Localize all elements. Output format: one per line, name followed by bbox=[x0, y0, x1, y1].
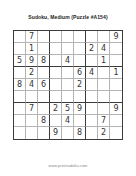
cell-r7c1 bbox=[14, 103, 26, 115]
cell-r1c7 bbox=[86, 31, 98, 43]
cell-r9c7 bbox=[86, 127, 98, 139]
cell-r1c5 bbox=[62, 31, 74, 43]
cell-r2c9 bbox=[110, 43, 122, 55]
cell-r8c5: 4 bbox=[62, 115, 74, 127]
cell-r5c7 bbox=[86, 79, 98, 91]
cell-r4c7: 4 bbox=[86, 67, 98, 79]
cell-r8c2 bbox=[26, 115, 38, 127]
cell-r3c4 bbox=[50, 55, 62, 67]
cell-r8c4 bbox=[50, 115, 62, 127]
cell-r1c2: 7 bbox=[26, 31, 38, 43]
cell-r3c2: 9 bbox=[26, 55, 38, 67]
cell-r2c4 bbox=[50, 43, 62, 55]
cell-r8c8: 7 bbox=[98, 115, 110, 127]
cell-r7c2: 7 bbox=[26, 103, 38, 115]
cell-r3c9 bbox=[110, 55, 122, 67]
cell-r2c6 bbox=[74, 43, 86, 55]
cell-r5c1: 8 bbox=[14, 79, 26, 91]
cell-r7c8 bbox=[98, 103, 110, 115]
cell-r4c4 bbox=[50, 67, 62, 79]
sudoku-sheet: Sudoku, Medium (Puzzle #A154) 7912459841… bbox=[0, 0, 136, 176]
cell-r5c8 bbox=[98, 79, 110, 91]
cell-r9c5 bbox=[62, 127, 74, 139]
cell-r7c6: 9 bbox=[74, 103, 86, 115]
cell-r8c1 bbox=[14, 115, 26, 127]
cell-r3c1: 5 bbox=[14, 55, 26, 67]
cell-r5c2: 4 bbox=[26, 79, 38, 91]
cell-r4c2: 2 bbox=[26, 67, 38, 79]
cell-r9c6: 8 bbox=[74, 127, 86, 139]
cell-r1c4 bbox=[50, 31, 62, 43]
cell-r6c9 bbox=[110, 91, 122, 103]
cell-r2c7: 2 bbox=[86, 43, 98, 55]
cell-r7c7 bbox=[86, 103, 98, 115]
cell-r7c3 bbox=[38, 103, 50, 115]
cell-r4c5 bbox=[62, 67, 74, 79]
cell-r1c3 bbox=[38, 31, 50, 43]
cell-r3c5: 4 bbox=[62, 55, 74, 67]
cell-r8c3: 8 bbox=[38, 115, 50, 127]
cell-r7c4: 2 bbox=[50, 103, 62, 115]
cell-r6c6 bbox=[74, 91, 86, 103]
cell-r5c3: 6 bbox=[38, 79, 50, 91]
cell-r2c8: 4 bbox=[98, 43, 110, 55]
cell-r4c6: 6 bbox=[74, 67, 86, 79]
cell-r7c9: 9 bbox=[110, 103, 122, 115]
cell-r6c7 bbox=[86, 91, 98, 103]
cell-r9c8: 2 bbox=[98, 127, 110, 139]
cell-r8c6 bbox=[74, 115, 86, 127]
cell-r3c3: 8 bbox=[38, 55, 50, 67]
footer-url: www.printsudoku.com bbox=[0, 163, 136, 168]
cell-r6c5 bbox=[62, 91, 74, 103]
cell-r4c9: 1 bbox=[110, 67, 122, 79]
cell-r9c3 bbox=[38, 127, 50, 139]
cell-r2c3 bbox=[38, 43, 50, 55]
cell-r8c7 bbox=[86, 115, 98, 127]
cell-r9c1 bbox=[14, 127, 26, 139]
puzzle-title: Sudoku, Medium (Puzzle #A154) bbox=[0, 14, 136, 20]
cell-r3c6 bbox=[74, 55, 86, 67]
cell-r4c1 bbox=[14, 67, 26, 79]
cell-r1c6 bbox=[74, 31, 86, 43]
cell-r5c9 bbox=[110, 79, 122, 91]
cell-r7c5: 5 bbox=[62, 103, 74, 115]
cell-r6c8 bbox=[98, 91, 110, 103]
cell-r2c2: 1 bbox=[26, 43, 38, 55]
sudoku-grid: 79124598412641846272599847982 bbox=[13, 30, 123, 140]
cell-r1c9: 9 bbox=[110, 31, 122, 43]
cell-r8c9 bbox=[110, 115, 122, 127]
cell-r6c3 bbox=[38, 91, 50, 103]
cell-r2c1 bbox=[14, 43, 26, 55]
cell-r9c2 bbox=[26, 127, 38, 139]
cell-r3c8: 1 bbox=[98, 55, 110, 67]
cell-r5c5 bbox=[62, 79, 74, 91]
cell-r4c8 bbox=[98, 67, 110, 79]
cell-r6c4 bbox=[50, 91, 62, 103]
cell-r5c6: 2 bbox=[74, 79, 86, 91]
cell-r5c4 bbox=[50, 79, 62, 91]
cell-r1c8 bbox=[98, 31, 110, 43]
cell-r4c3 bbox=[38, 67, 50, 79]
cell-r1c1 bbox=[14, 31, 26, 43]
cell-r9c9 bbox=[110, 127, 122, 139]
cell-r2c5 bbox=[62, 43, 74, 55]
cell-r3c7 bbox=[86, 55, 98, 67]
cell-r6c1 bbox=[14, 91, 26, 103]
cell-r9c4: 9 bbox=[50, 127, 62, 139]
cell-r6c2 bbox=[26, 91, 38, 103]
